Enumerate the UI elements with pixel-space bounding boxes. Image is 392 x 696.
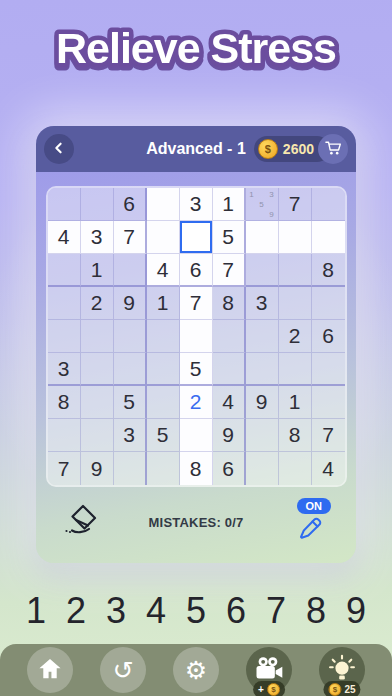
cell-r8c5[interactable] <box>180 419 213 452</box>
cell-r6c9[interactable] <box>312 353 345 386</box>
bottom-toolbar: ↺ ⚙ + $ <box>0 644 392 696</box>
cell-r8c8[interactable]: 8 <box>279 419 312 452</box>
cell-r4c6[interactable]: 8 <box>213 287 246 320</box>
cell-r3c3[interactable] <box>114 254 147 287</box>
sudoku-grid: 6311359743751467829178326358524913598779… <box>46 186 347 487</box>
pencil-toggle[interactable]: ON <box>291 498 332 545</box>
cart-button[interactable] <box>318 134 348 164</box>
cell-r9c5[interactable]: 8 <box>180 452 213 485</box>
cell-r7c5[interactable]: 2 <box>180 386 213 419</box>
cell-r4c5[interactable]: 7 <box>180 287 213 320</box>
board-section: 6311359743751467829178326358524913598779… <box>36 172 356 563</box>
cell-r7c2[interactable] <box>81 386 114 419</box>
cell-r8c9[interactable]: 7 <box>312 419 345 452</box>
game-card: Advanced - 1 $ 2600 63113597437514678291… <box>36 126 356 563</box>
cell-r3c9[interactable]: 8 <box>312 254 345 287</box>
cell-r6c1[interactable]: 3 <box>48 353 81 386</box>
cell-r7c1[interactable]: 8 <box>48 386 81 419</box>
level-label: Advanced - 1 <box>146 140 246 158</box>
cell-r2c5[interactable] <box>180 221 213 254</box>
home-button[interactable] <box>27 647 73 693</box>
app-title-text: Relieve Stress <box>56 24 336 72</box>
cell-r6c7[interactable] <box>246 353 279 386</box>
cell-r7c6[interactable]: 4 <box>213 386 246 419</box>
settings-button[interactable]: ⚙ <box>173 647 219 693</box>
cell-r2c6[interactable]: 5 <box>213 221 246 254</box>
shopping-cart-icon <box>324 139 342 160</box>
cell-r5c8[interactable]: 2 <box>279 320 312 353</box>
cell-r4c3[interactable]: 9 <box>114 287 147 320</box>
cell-r5c1[interactable] <box>48 320 81 353</box>
cell-r6c4[interactable] <box>147 353 180 386</box>
cell-r9c8[interactable] <box>279 452 312 485</box>
eraser-button[interactable] <box>61 501 103 541</box>
cell-r3c5[interactable]: 6 <box>180 254 213 287</box>
cell-r3c1[interactable] <box>48 254 81 287</box>
gear-icon: ⚙ <box>185 658 207 683</box>
board-footer: MISTAKES: 0/7 ON <box>45 487 347 551</box>
cell-r9c2[interactable]: 9 <box>81 452 114 485</box>
hint-button[interactable]: $ 25 <box>319 647 365 693</box>
cell-r9c6[interactable]: 6 <box>213 452 246 485</box>
watch-ad-badge: + $ <box>253 681 285 696</box>
cell-r4c8[interactable] <box>279 287 312 320</box>
cell-r1c8[interactable]: 7 <box>279 188 312 221</box>
cell-r2c1[interactable]: 4 <box>48 221 81 254</box>
cell-r4c1[interactable] <box>48 287 81 320</box>
cell-r3c2[interactable]: 1 <box>81 254 114 287</box>
hint-cost-badge: $ 25 <box>323 681 360 696</box>
cell-r6c5[interactable]: 5 <box>180 353 213 386</box>
cell-r1c1[interactable] <box>48 188 81 221</box>
numberpad: 123456789 <box>0 582 392 640</box>
cell-r3c7[interactable] <box>246 254 279 287</box>
cell-r1c3[interactable]: 6 <box>114 188 147 221</box>
cell-r1c5[interactable]: 3 <box>180 188 213 221</box>
app-title: Relieve Stress <box>0 18 392 84</box>
cell-r8c1[interactable] <box>48 419 81 452</box>
cell-r4c2[interactable]: 2 <box>81 287 114 320</box>
cell-r3c6[interactable]: 7 <box>213 254 246 287</box>
numpad-7[interactable]: 7 <box>266 593 286 629</box>
cell-r1c9[interactable] <box>312 188 345 221</box>
numpad-2[interactable]: 2 <box>66 593 86 629</box>
numpad-4[interactable]: 4 <box>146 593 166 629</box>
cell-r1c6[interactable]: 1 <box>213 188 246 221</box>
cell-r5c2[interactable] <box>81 320 114 353</box>
numpad-8[interactable]: 8 <box>306 593 326 629</box>
cell-r8c6[interactable]: 9 <box>213 419 246 452</box>
cell-r5c9[interactable]: 6 <box>312 320 345 353</box>
cell-r2c2[interactable]: 3 <box>81 221 114 254</box>
cell-r5c6[interactable] <box>213 320 246 353</box>
watch-ad-badge-plus: + <box>258 684 264 695</box>
page-background: { "title": "Relieve Stress", "coin_symbo… <box>0 0 392 696</box>
coin-amount: 2600 <box>283 141 314 157</box>
cell-r6c3[interactable] <box>114 353 147 386</box>
cell-r3c4[interactable]: 4 <box>147 254 180 287</box>
cell-r1c2[interactable] <box>81 188 114 221</box>
cell-r2c3[interactable]: 7 <box>114 221 147 254</box>
cell-r6c8[interactable] <box>279 353 312 386</box>
cell-r9c3[interactable] <box>114 452 147 485</box>
cell-r1c4[interactable] <box>147 188 180 221</box>
cell-r2c8[interactable] <box>279 221 312 254</box>
cell-r2c4[interactable] <box>147 221 180 254</box>
cell-r7c8[interactable]: 1 <box>279 386 312 419</box>
cell-r4c7[interactable]: 3 <box>246 287 279 320</box>
numpad-6[interactable]: 6 <box>226 593 246 629</box>
coin-icon: $ <box>267 683 280 696</box>
cell-r1c7[interactable]: 1359 <box>246 188 279 221</box>
cell-r5c5[interactable] <box>180 320 213 353</box>
cell-r8c7[interactable] <box>246 419 279 452</box>
eraser-icon <box>63 526 101 541</box>
notes-cell: 1359 <box>247 189 277 219</box>
numpad-1[interactable]: 1 <box>26 593 46 629</box>
restart-button[interactable]: ↺ <box>100 647 146 693</box>
cell-r7c4[interactable] <box>147 386 180 419</box>
cell-r8c2[interactable] <box>81 419 114 452</box>
watch-ad-button[interactable]: + $ <box>246 647 292 693</box>
cell-r3c8[interactable] <box>279 254 312 287</box>
home-icon <box>37 657 63 684</box>
cell-r5c3[interactable] <box>114 320 147 353</box>
cell-r6c6[interactable] <box>213 353 246 386</box>
cell-r9c4[interactable] <box>147 452 180 485</box>
cell-r7c3[interactable]: 5 <box>114 386 147 419</box>
cell-r2c9[interactable] <box>312 221 345 254</box>
coin-icon: $ <box>258 139 278 159</box>
cell-r4c9[interactable] <box>312 287 345 320</box>
pencil-icon <box>296 512 326 545</box>
cell-r6c2[interactable] <box>81 353 114 386</box>
numpad-9[interactable]: 9 <box>346 593 366 629</box>
cell-r8c4[interactable]: 5 <box>147 419 180 452</box>
back-button[interactable] <box>44 134 74 164</box>
cell-r5c7[interactable] <box>246 320 279 353</box>
cell-r9c9[interactable]: 4 <box>312 452 345 485</box>
restart-icon: ↺ <box>113 658 134 683</box>
hint-cost-value: 25 <box>344 684 355 695</box>
mistakes-label: MISTAKES: 0/7 <box>149 515 244 530</box>
cell-r5c4[interactable] <box>147 320 180 353</box>
cell-r8c3[interactable]: 3 <box>114 419 147 452</box>
coin-icon: $ <box>328 683 341 696</box>
cell-r7c7[interactable]: 9 <box>246 386 279 419</box>
numpad-3[interactable]: 3 <box>106 593 126 629</box>
cell-r4c4[interactable]: 1 <box>147 287 180 320</box>
card-header: Advanced - 1 $ 2600 <box>36 126 356 172</box>
numpad-5[interactable]: 5 <box>186 593 206 629</box>
cell-r2c7[interactable] <box>246 221 279 254</box>
cell-r9c7[interactable] <box>246 452 279 485</box>
cell-r9c1[interactable]: 7 <box>48 452 81 485</box>
chevron-left-icon <box>51 140 67 159</box>
cell-r7c9[interactable] <box>312 386 345 419</box>
